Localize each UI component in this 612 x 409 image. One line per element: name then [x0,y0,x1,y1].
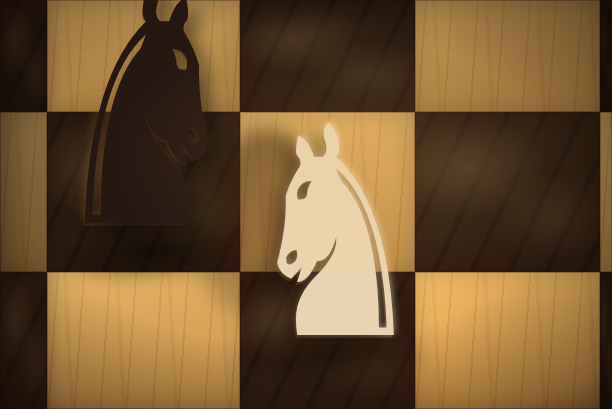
white-knight-piece[interactable]: ♞ [187,85,483,385]
chessboard-photo: ♞ ♞ [0,0,612,409]
board-square-r2c5-light[interactable] [600,112,612,272]
white-knight-glyph: ♞ [244,90,427,381]
board-square-r1c5-dark[interactable] [600,0,612,112]
board-square-r3c5-dark[interactable] [600,272,612,409]
board-square-r3c1-dark[interactable] [0,272,47,409]
